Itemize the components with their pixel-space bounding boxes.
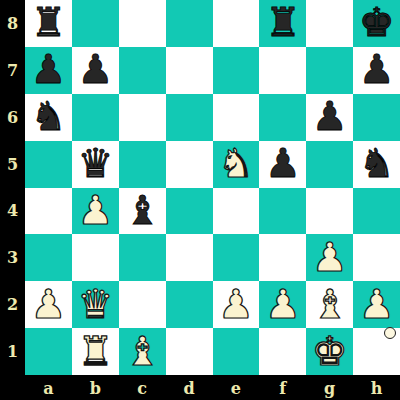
square-e3[interactable] [213, 234, 260, 281]
square-g7[interactable] [306, 47, 353, 94]
square-b7[interactable]: ♟ [72, 47, 119, 94]
square-f2[interactable]: ♟ [259, 281, 306, 328]
square-f5[interactable]: ♟ [259, 141, 306, 188]
piece-black-queen[interactable]: ♛ [77, 141, 113, 186]
piece-white-king[interactable]: ♚ [312, 328, 348, 373]
piece-black-knight[interactable]: ♞ [359, 141, 395, 186]
square-e2[interactable]: ♟ [213, 281, 260, 328]
piece-white-rook[interactable]: ♜ [77, 328, 113, 373]
piece-black-bishop[interactable]: ♝ [124, 188, 160, 233]
square-h4[interactable] [353, 188, 400, 235]
square-a2[interactable]: ♟ [25, 281, 72, 328]
square-a6[interactable]: ♞ [25, 94, 72, 141]
square-b5[interactable]: ♛ [72, 141, 119, 188]
file-label-d: d [166, 375, 213, 400]
piece-black-pawn[interactable]: ♟ [31, 47, 67, 92]
square-c6[interactable] [119, 94, 166, 141]
square-a5[interactable] [25, 141, 72, 188]
square-d7[interactable] [166, 47, 213, 94]
square-c7[interactable] [119, 47, 166, 94]
piece-white-knight[interactable]: ♞ [218, 141, 254, 186]
square-b2[interactable]: ♛ [72, 281, 119, 328]
rank-label-4: 4 [0, 188, 25, 235]
piece-white-queen[interactable]: ♛ [77, 281, 113, 326]
rank-labels: 87654321 [0, 0, 25, 375]
piece-black-pawn[interactable]: ♟ [359, 47, 395, 92]
rank-label-6: 6 [0, 94, 25, 141]
piece-black-pawn[interactable]: ♟ [77, 47, 113, 92]
square-b8[interactable] [72, 0, 119, 47]
square-f4[interactable] [259, 188, 306, 235]
piece-white-bishop[interactable]: ♝ [124, 328, 160, 373]
rank-label-2: 2 [0, 281, 25, 328]
rank-label-8: 8 [0, 0, 25, 47]
piece-black-king[interactable]: ♚ [359, 0, 395, 45]
square-h8[interactable]: ♚ [353, 0, 400, 47]
square-h3[interactable] [353, 234, 400, 281]
chess-board-diagram: 87654321 ♜♜♚♟♟♟♞♟♛♞♟♞♟♝♟♟♛♟♟♝♟♜♝♚ abcdef… [0, 0, 400, 400]
white-to-move-indicator [384, 327, 396, 339]
square-g1[interactable]: ♚ [306, 328, 353, 375]
square-e5[interactable]: ♞ [213, 141, 260, 188]
file-labels: abcdefgh [25, 375, 400, 400]
square-e8[interactable] [213, 0, 260, 47]
square-d8[interactable] [166, 0, 213, 47]
square-f7[interactable] [259, 47, 306, 94]
piece-white-pawn[interactable]: ♟ [31, 281, 67, 326]
piece-white-bishop[interactable]: ♝ [312, 281, 348, 326]
square-e1[interactable] [213, 328, 260, 375]
square-a8[interactable]: ♜ [25, 0, 72, 47]
square-a3[interactable] [25, 234, 72, 281]
square-f3[interactable] [259, 234, 306, 281]
square-c1[interactable]: ♝ [119, 328, 166, 375]
square-h6[interactable] [353, 94, 400, 141]
file-label-b: b [72, 375, 119, 400]
square-c4[interactable]: ♝ [119, 188, 166, 235]
square-c5[interactable] [119, 141, 166, 188]
square-g5[interactable] [306, 141, 353, 188]
square-h5[interactable]: ♞ [353, 141, 400, 188]
piece-black-pawn[interactable]: ♟ [312, 94, 348, 139]
square-a7[interactable]: ♟ [25, 47, 72, 94]
square-h2[interactable]: ♟ [353, 281, 400, 328]
file-label-h: h [353, 375, 400, 400]
piece-white-pawn[interactable]: ♟ [265, 281, 301, 326]
square-g2[interactable]: ♝ [306, 281, 353, 328]
piece-black-rook[interactable]: ♜ [265, 0, 301, 45]
square-d4[interactable] [166, 188, 213, 235]
square-g8[interactable] [306, 0, 353, 47]
rank-label-1: 1 [0, 328, 25, 375]
piece-black-rook[interactable]: ♜ [31, 0, 67, 45]
square-e6[interactable] [213, 94, 260, 141]
file-label-g: g [306, 375, 353, 400]
rank-label-3: 3 [0, 234, 25, 281]
square-b3[interactable] [72, 234, 119, 281]
file-label-f: f [259, 375, 306, 400]
square-d3[interactable] [166, 234, 213, 281]
square-g3[interactable]: ♟ [306, 234, 353, 281]
file-label-a: a [25, 375, 72, 400]
square-a1[interactable] [25, 328, 72, 375]
square-e4[interactable] [213, 188, 260, 235]
square-d2[interactable] [166, 281, 213, 328]
square-b6[interactable] [72, 94, 119, 141]
piece-white-pawn[interactable]: ♟ [218, 281, 254, 326]
piece-white-pawn[interactable]: ♟ [312, 234, 348, 279]
square-d1[interactable] [166, 328, 213, 375]
square-b4[interactable]: ♟ [72, 188, 119, 235]
rank-label-5: 5 [0, 141, 25, 188]
piece-white-pawn[interactable]: ♟ [77, 188, 113, 233]
square-g6[interactable]: ♟ [306, 94, 353, 141]
square-e7[interactable] [213, 47, 260, 94]
square-c8[interactable] [119, 0, 166, 47]
file-label-c: c [119, 375, 166, 400]
piece-black-pawn[interactable]: ♟ [265, 141, 301, 186]
square-f8[interactable]: ♜ [259, 0, 306, 47]
square-d6[interactable] [166, 94, 213, 141]
piece-black-knight[interactable]: ♞ [31, 94, 67, 139]
square-c2[interactable] [119, 281, 166, 328]
board: ♜♜♚♟♟♟♞♟♛♞♟♞♟♝♟♟♛♟♟♝♟♜♝♚ [25, 0, 400, 375]
square-g4[interactable] [306, 188, 353, 235]
rank-label-7: 7 [0, 47, 25, 94]
square-h7[interactable]: ♟ [353, 47, 400, 94]
square-c3[interactable] [119, 234, 166, 281]
square-a4[interactable] [25, 188, 72, 235]
square-b1[interactable]: ♜ [72, 328, 119, 375]
piece-white-pawn[interactable]: ♟ [359, 281, 395, 326]
file-label-e: e [213, 375, 260, 400]
square-d5[interactable] [166, 141, 213, 188]
square-f6[interactable] [259, 94, 306, 141]
square-f1[interactable] [259, 328, 306, 375]
